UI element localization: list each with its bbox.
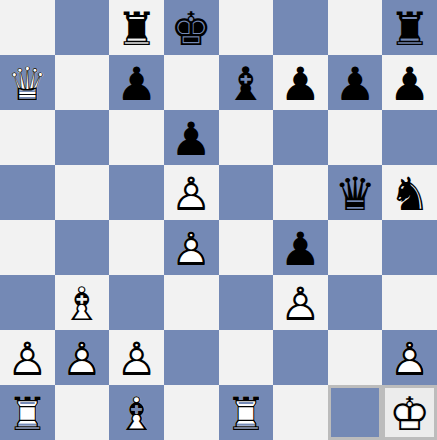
square-e8[interactable] [219,0,274,55]
white-king-piece: ♚♔ [382,385,437,440]
white-queen-piece: ♛♕ [0,55,55,110]
square-h2[interactable]: ♟♙ [382,330,437,385]
square-h5[interactable]: ♞ [382,165,437,220]
black-pawn-piece: ♟ [328,55,383,110]
square-d1[interactable] [164,385,219,440]
square-h6[interactable] [382,110,437,165]
square-c4[interactable] [109,220,164,275]
white-bishop-piece: ♝♗ [109,385,164,440]
square-h7[interactable]: ♟ [382,55,437,110]
square-b1[interactable] [55,385,110,440]
square-a4[interactable] [0,220,55,275]
white-pawn-piece: ♟♙ [273,275,328,330]
square-e7[interactable]: ♝ [219,55,274,110]
square-e4[interactable] [219,220,274,275]
black-rook-piece: ♜ [382,0,437,55]
square-g8[interactable] [328,0,383,55]
square-b4[interactable] [55,220,110,275]
square-e2[interactable] [219,330,274,385]
square-b5[interactable] [55,165,110,220]
square-f1[interactable] [273,385,328,440]
square-g7[interactable]: ♟ [328,55,383,110]
square-d3[interactable] [164,275,219,330]
square-e3[interactable] [219,275,274,330]
square-d2[interactable] [164,330,219,385]
square-h8[interactable]: ♜ [382,0,437,55]
white-pawn-piece: ♟♙ [0,330,55,385]
black-pawn-piece: ♟ [382,55,437,110]
black-pawn-piece: ♟ [273,220,328,275]
square-g5[interactable]: ♛ [328,165,383,220]
square-a5[interactable] [0,165,55,220]
square-a2[interactable]: ♟♙ [0,330,55,385]
square-h4[interactable] [382,220,437,275]
white-pawn-piece: ♟♙ [164,165,219,220]
square-c3[interactable] [109,275,164,330]
white-pawn-piece: ♟♙ [164,220,219,275]
square-a8[interactable] [0,0,55,55]
black-queen-piece: ♛ [328,165,383,220]
square-h3[interactable] [382,275,437,330]
square-c1[interactable]: ♝♗ [109,385,164,440]
square-c2[interactable]: ♟♙ [109,330,164,385]
black-king-piece: ♚ [164,0,219,55]
square-c5[interactable] [109,165,164,220]
square-g3[interactable] [328,275,383,330]
black-pawn-piece: ♟ [109,55,164,110]
square-e5[interactable] [219,165,274,220]
black-pawn-piece: ♟ [273,55,328,110]
black-knight-piece: ♞ [382,165,437,220]
square-b8[interactable] [55,0,110,55]
black-pawn-piece: ♟ [164,110,219,165]
white-bishop-piece: ♝♗ [55,275,110,330]
square-h1[interactable]: ♚♔ [382,385,437,440]
square-f3[interactable]: ♟♙ [273,275,328,330]
white-rook-piece: ♜♖ [0,385,55,440]
square-d6[interactable]: ♟ [164,110,219,165]
square-e1[interactable]: ♜♖ [219,385,274,440]
square-g6[interactable] [328,110,383,165]
square-f7[interactable]: ♟ [273,55,328,110]
square-d7[interactable] [164,55,219,110]
chess-board: ♜♚♜♛♕♟♝♟♟♟♟♟♙♛♞♟♙♟♝♗♟♙♟♙♟♙♟♙♟♙♜♖♝♗♜♖♚♔ [0,0,437,440]
white-pawn-piece: ♟♙ [382,330,437,385]
square-a7[interactable]: ♛♕ [0,55,55,110]
square-g2[interactable] [328,330,383,385]
square-g4[interactable] [328,220,383,275]
square-f8[interactable] [273,0,328,55]
square-f5[interactable] [273,165,328,220]
square-d4[interactable]: ♟♙ [164,220,219,275]
square-c8[interactable]: ♜ [109,0,164,55]
square-e6[interactable] [219,110,274,165]
white-pawn-piece: ♟♙ [55,330,110,385]
square-g1[interactable] [328,385,383,440]
white-pawn-piece: ♟♙ [109,330,164,385]
square-b6[interactable] [55,110,110,165]
square-d8[interactable]: ♚ [164,0,219,55]
square-b7[interactable] [55,55,110,110]
black-bishop-piece: ♝ [219,55,274,110]
square-d5[interactable]: ♟♙ [164,165,219,220]
square-f4[interactable]: ♟ [273,220,328,275]
square-c7[interactable]: ♟ [109,55,164,110]
square-f6[interactable] [273,110,328,165]
black-rook-piece: ♜ [109,0,164,55]
square-b3[interactable]: ♝♗ [55,275,110,330]
square-a3[interactable] [0,275,55,330]
square-f2[interactable] [273,330,328,385]
square-c6[interactable] [109,110,164,165]
square-b2[interactable]: ♟♙ [55,330,110,385]
square-a1[interactable]: ♜♖ [0,385,55,440]
white-rook-piece: ♜♖ [219,385,274,440]
square-a6[interactable] [0,110,55,165]
